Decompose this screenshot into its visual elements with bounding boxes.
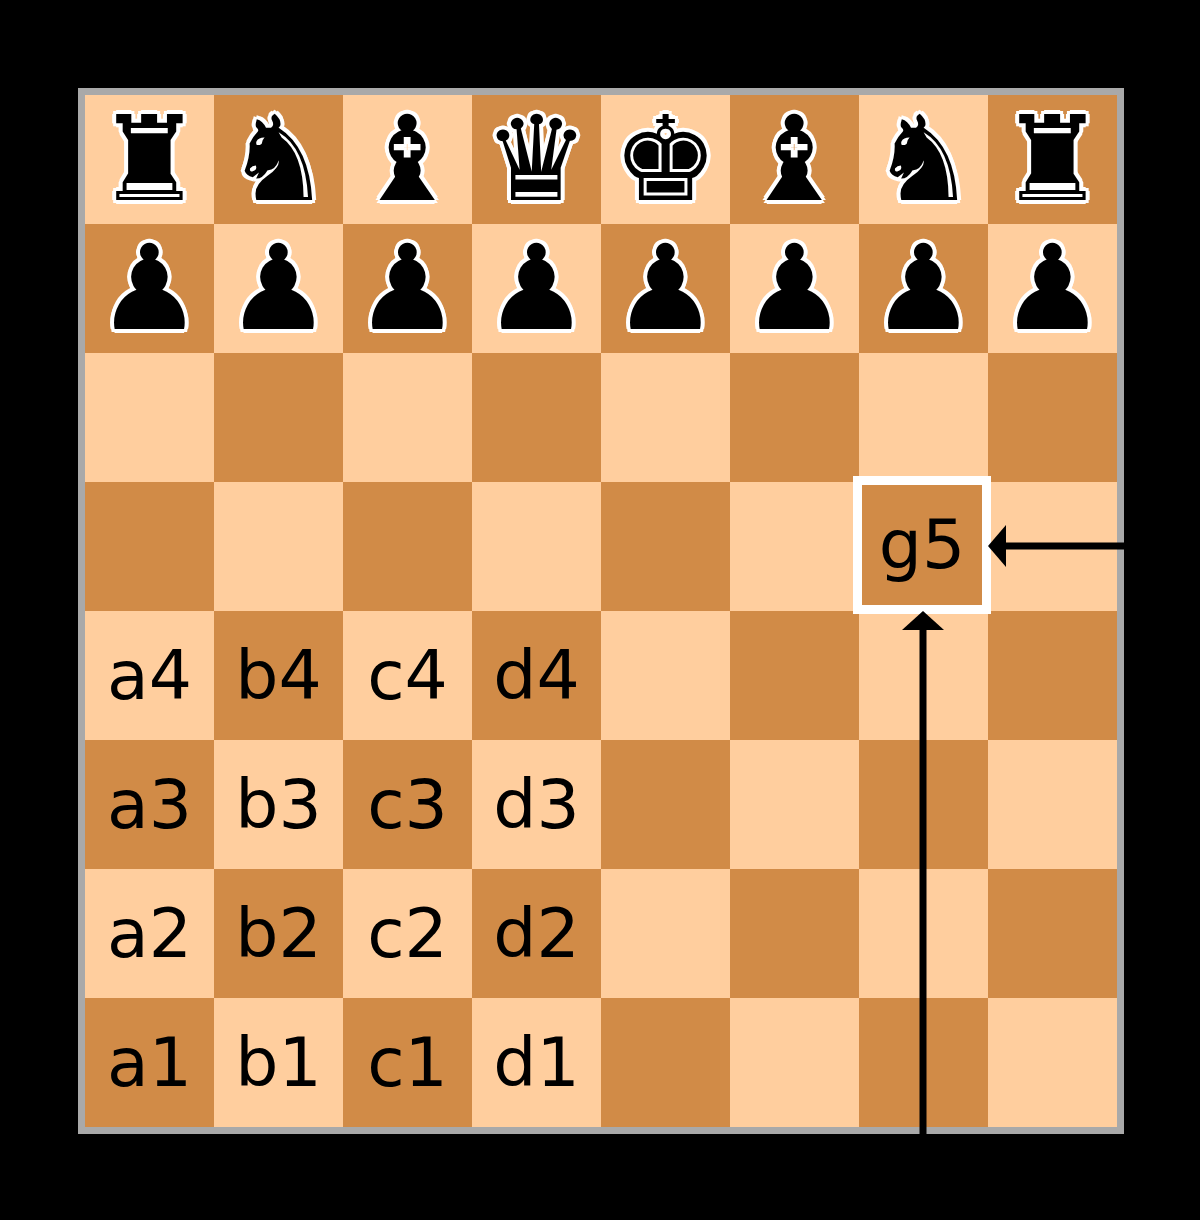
black-queen-icon: ♛	[484, 95, 590, 224]
black-pawn-icon: ♟	[613, 224, 719, 353]
square-a4: a4	[85, 611, 214, 740]
square-g4	[859, 611, 988, 740]
square-c1: c1	[343, 998, 472, 1127]
black-king-icon: ♚	[613, 95, 719, 224]
square-name-label-b3: b3	[235, 771, 321, 839]
square-h8: ♜	[988, 95, 1117, 224]
square-c6	[343, 353, 472, 482]
black-pawn-icon: ♟	[484, 224, 590, 353]
square-e3	[601, 740, 730, 869]
square-a3: a3	[85, 740, 214, 869]
square-d3: d3	[472, 740, 601, 869]
square-a5	[85, 482, 214, 611]
square-name-label-d3: d3	[493, 771, 579, 839]
square-c2: c2	[343, 869, 472, 998]
square-f4	[730, 611, 859, 740]
square-g2	[859, 869, 988, 998]
square-name-label-a2: a2	[107, 900, 192, 968]
square-h6	[988, 353, 1117, 482]
square-g6	[859, 353, 988, 482]
square-name-label-a1: a1	[107, 1029, 192, 1097]
square-h2	[988, 869, 1117, 998]
square-d6	[472, 353, 601, 482]
square-name-label-a3: a3	[107, 771, 192, 839]
square-a1: a1	[85, 998, 214, 1127]
black-pawn-icon: ♟	[97, 224, 203, 353]
square-name-label-a4: a4	[107, 642, 192, 710]
square-b6	[214, 353, 343, 482]
square-b8: ♞	[214, 95, 343, 224]
square-name-label-d4: d4	[493, 642, 579, 710]
square-d2: d2	[472, 869, 601, 998]
square-a2: a2	[85, 869, 214, 998]
square-c5	[343, 482, 472, 611]
square-name-label-b1: b1	[235, 1029, 321, 1097]
square-h7: ♟	[988, 224, 1117, 353]
square-f3	[730, 740, 859, 869]
square-name-label-d2: d2	[493, 900, 579, 968]
square-c8: ♝	[343, 95, 472, 224]
square-name-label-d1: d1	[493, 1029, 579, 1097]
square-h5	[988, 482, 1117, 611]
black-bishop-icon: ♝	[742, 95, 848, 224]
square-name-label-c4: c4	[367, 642, 448, 710]
square-b7: ♟	[214, 224, 343, 353]
black-rook-icon: ♜	[97, 95, 203, 224]
square-f6	[730, 353, 859, 482]
square-d7: ♟	[472, 224, 601, 353]
square-name-label-c1: c1	[367, 1029, 448, 1097]
black-bishop-icon: ♝	[355, 95, 461, 224]
square-h4	[988, 611, 1117, 740]
square-d4: d4	[472, 611, 601, 740]
black-pawn-icon: ♟	[871, 224, 977, 353]
square-e2	[601, 869, 730, 998]
black-pawn-icon: ♟	[355, 224, 461, 353]
square-f2	[730, 869, 859, 998]
square-name-label-b2: b2	[235, 900, 321, 968]
square-g7: ♟	[859, 224, 988, 353]
square-e6	[601, 353, 730, 482]
square-e4	[601, 611, 730, 740]
black-rook-icon: ♜	[1000, 95, 1106, 224]
square-name-label-c2: c2	[367, 900, 448, 968]
black-knight-icon: ♞	[226, 95, 332, 224]
square-b5	[214, 482, 343, 611]
square-b4: b4	[214, 611, 343, 740]
square-f1	[730, 998, 859, 1127]
square-g1	[859, 998, 988, 1127]
square-g8: ♞	[859, 95, 988, 224]
square-name-label-b4: b4	[235, 642, 321, 710]
square-d5	[472, 482, 601, 611]
square-e8: ♚	[601, 95, 730, 224]
square-e7: ♟	[601, 224, 730, 353]
highlighted-square-g5: g5	[853, 476, 991, 614]
square-h3	[988, 740, 1117, 869]
black-pawn-icon: ♟	[1000, 224, 1106, 353]
square-d1: d1	[472, 998, 601, 1127]
square-f8: ♝	[730, 95, 859, 224]
black-pawn-icon: ♟	[226, 224, 332, 353]
black-pawn-icon: ♟	[742, 224, 848, 353]
square-c4: c4	[343, 611, 472, 740]
black-knight-icon: ♞	[871, 95, 977, 224]
square-b2: b2	[214, 869, 343, 998]
square-name-label-c3: c3	[367, 771, 448, 839]
square-b3: b3	[214, 740, 343, 869]
square-g3	[859, 740, 988, 869]
square-c7: ♟	[343, 224, 472, 353]
square-d8: ♛	[472, 95, 601, 224]
square-b1: b1	[214, 998, 343, 1127]
square-c3: c3	[343, 740, 472, 869]
square-a8: ♜	[85, 95, 214, 224]
square-e5	[601, 482, 730, 611]
square-a6	[85, 353, 214, 482]
square-h1	[988, 998, 1117, 1127]
square-e1	[601, 998, 730, 1127]
square-a7: ♟	[85, 224, 214, 353]
g5-square-label: g5	[879, 511, 965, 579]
square-f7: ♟	[730, 224, 859, 353]
square-f5	[730, 482, 859, 611]
